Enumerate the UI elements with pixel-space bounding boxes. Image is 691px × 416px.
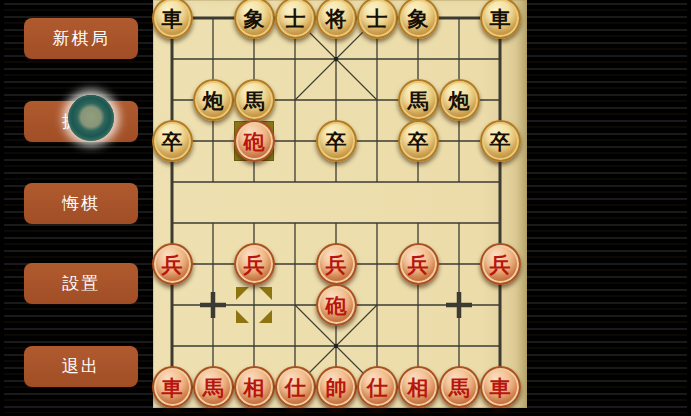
board-point[interactable] [275, 326, 316, 367]
board-point[interactable] [275, 39, 316, 80]
board-point[interactable] [193, 0, 234, 39]
board-point[interactable] [152, 326, 193, 367]
piece-red-soldier[interactable]: 兵 [152, 243, 193, 285]
board-point[interactable] [357, 162, 398, 203]
piece-black-chariot[interactable]: 車 [152, 0, 193, 39]
board-point[interactable] [316, 39, 357, 80]
board-point[interactable] [193, 121, 234, 162]
piece-red-soldier[interactable]: 兵 [316, 243, 357, 285]
piece-red-soldier[interactable]: 兵 [234, 243, 275, 285]
board-point[interactable] [357, 121, 398, 162]
board-point[interactable] [480, 39, 521, 80]
board-point[interactable] [398, 285, 439, 326]
board-point[interactable]: 仕 [357, 367, 398, 408]
board-point[interactable] [439, 285, 480, 326]
board-point[interactable] [316, 80, 357, 121]
undo-button[interactable]: 悔棋 [24, 183, 138, 224]
board-point[interactable]: 兵 [398, 244, 439, 285]
piece-black-cannon[interactable]: 炮 [439, 79, 480, 121]
board-point[interactable]: 馬 [234, 80, 275, 121]
board-point[interactable] [234, 39, 275, 80]
board-point[interactable] [152, 39, 193, 80]
piece-red-soldier[interactable]: 兵 [480, 243, 521, 285]
board-point[interactable] [480, 285, 521, 326]
settings-button[interactable]: 設置 [24, 263, 138, 304]
board-point[interactable] [275, 80, 316, 121]
board-point[interactable]: 兵 [316, 244, 357, 285]
piece-red-advisor[interactable]: 仕 [275, 366, 316, 408]
board-point[interactable] [152, 285, 193, 326]
board-point[interactable] [193, 203, 234, 244]
piece-red-horse[interactable]: 馬 [193, 366, 234, 408]
board-point[interactable]: 砲 [316, 285, 357, 326]
board-point[interactable]: 士 [357, 0, 398, 39]
board-point[interactable]: 仕 [275, 367, 316, 408]
board-point[interactable]: 士 [275, 0, 316, 39]
piece-red-horse[interactable]: 馬 [439, 366, 480, 408]
board-point[interactable]: 馬 [398, 80, 439, 121]
board-point[interactable] [357, 244, 398, 285]
board-point[interactable]: 卒 [398, 121, 439, 162]
board-point[interactable] [152, 203, 193, 244]
piece-black-cannon[interactable]: 炮 [193, 79, 234, 121]
board-point[interactable] [439, 39, 480, 80]
board-point[interactable] [398, 203, 439, 244]
board-point[interactable]: 帥 [316, 367, 357, 408]
board-point[interactable] [316, 162, 357, 203]
board-point[interactable] [152, 80, 193, 121]
piece-black-general[interactable]: 将 [316, 0, 357, 39]
board-point[interactable]: 卒 [152, 121, 193, 162]
board-point[interactable] [439, 203, 480, 244]
board-point[interactable] [439, 244, 480, 285]
board-point[interactable]: 馬 [193, 367, 234, 408]
piece-black-soldier[interactable]: 卒 [316, 120, 357, 162]
board-point[interactable] [193, 39, 234, 80]
board-point[interactable] [357, 80, 398, 121]
board-point[interactable] [275, 121, 316, 162]
board-point[interactable] [398, 326, 439, 367]
board-point[interactable] [357, 39, 398, 80]
piece-black-soldier[interactable]: 卒 [480, 120, 521, 162]
board-point[interactable]: 兵 [480, 244, 521, 285]
board-point[interactable] [152, 162, 193, 203]
board-point[interactable]: 砲 [234, 121, 275, 162]
board-point[interactable] [357, 285, 398, 326]
xiangqi-app: 新棋局 提示 悔棋 設置 退出 車象士将士象車炮馬馬炮卒砲卒卒卒兵兵兵兵兵砲車馬… [0, 0, 691, 416]
exit-button[interactable]: 退出 [24, 346, 138, 387]
board-point[interactable] [193, 326, 234, 367]
xiangqi-board[interactable]: 車象士将士象車炮馬馬炮卒砲卒卒卒兵兵兵兵兵砲車馬相仕帥仕相馬車 [153, 0, 527, 408]
board-point[interactable] [439, 162, 480, 203]
board-point[interactable]: 車 [152, 0, 193, 39]
piece-black-horse[interactable]: 馬 [398, 79, 439, 121]
board-point[interactable] [316, 203, 357, 244]
board-point[interactable]: 兵 [152, 244, 193, 285]
board-point[interactable] [275, 244, 316, 285]
piece-red-advisor[interactable]: 仕 [357, 366, 398, 408]
board-point[interactable]: 卒 [480, 121, 521, 162]
piece-red-cannon[interactable]: 砲 [316, 284, 357, 326]
board-point[interactable] [193, 285, 234, 326]
piece-black-soldier[interactable]: 卒 [398, 120, 439, 162]
board-point[interactable] [234, 203, 275, 244]
board-point[interactable] [398, 39, 439, 80]
piece-red-chariot[interactable]: 車 [152, 366, 193, 408]
board-point[interactable]: 車 [152, 367, 193, 408]
board-point[interactable] [480, 203, 521, 244]
board-point[interactable] [193, 162, 234, 203]
piece-red-chariot[interactable]: 車 [480, 366, 521, 408]
board-point[interactable] [275, 203, 316, 244]
board-point[interactable] [357, 203, 398, 244]
piece-black-horse[interactable]: 馬 [234, 79, 275, 121]
board-point[interactable] [439, 0, 480, 39]
piece-black-advisor[interactable]: 士 [275, 0, 316, 39]
board-point[interactable] [480, 326, 521, 367]
board-point[interactable]: 相 [398, 367, 439, 408]
board-point[interactable]: 炮 [193, 80, 234, 121]
piece-red-elephant[interactable]: 相 [398, 366, 439, 408]
board-point[interactable]: 将 [316, 0, 357, 39]
board-point[interactable]: 炮 [439, 80, 480, 121]
board-point[interactable] [193, 244, 234, 285]
board-point[interactable]: 象 [234, 0, 275, 39]
piece-black-advisor[interactable]: 士 [357, 0, 398, 39]
piece-black-soldier[interactable]: 卒 [152, 120, 193, 162]
piece-black-elephant[interactable]: 象 [234, 0, 275, 39]
piece-black-chariot[interactable]: 車 [480, 0, 521, 39]
board-point[interactable]: 車 [480, 0, 521, 39]
piece-red-cannon[interactable]: 砲 [234, 120, 275, 162]
piece-red-elephant[interactable]: 相 [234, 366, 275, 408]
board-point[interactable] [398, 162, 439, 203]
pieces-grid: 車象士将士象車炮馬馬炮卒砲卒卒卒兵兵兵兵兵砲車馬相仕帥仕相馬車 [152, 0, 521, 408]
board-point[interactable] [234, 162, 275, 203]
board-point[interactable] [234, 326, 275, 367]
board-point[interactable] [234, 285, 275, 326]
new-game-button[interactable]: 新棋局 [24, 18, 138, 59]
piece-red-general[interactable]: 帥 [316, 366, 357, 408]
board-point[interactable]: 車 [480, 367, 521, 408]
board-point[interactable] [275, 285, 316, 326]
board-point[interactable] [275, 162, 316, 203]
board-point[interactable]: 象 [398, 0, 439, 39]
board-point[interactable]: 相 [234, 367, 275, 408]
board-point[interactable] [480, 80, 521, 121]
board-point[interactable]: 卒 [316, 121, 357, 162]
piece-red-soldier[interactable]: 兵 [398, 243, 439, 285]
thinking-stone-icon [68, 95, 114, 141]
board-point[interactable] [316, 326, 357, 367]
board-point[interactable]: 馬 [439, 367, 480, 408]
board-point[interactable] [439, 326, 480, 367]
board-point[interactable]: 兵 [234, 244, 275, 285]
piece-black-elephant[interactable]: 象 [398, 0, 439, 39]
board-point[interactable] [480, 162, 521, 203]
board-point[interactable] [439, 121, 480, 162]
board-point[interactable] [357, 326, 398, 367]
